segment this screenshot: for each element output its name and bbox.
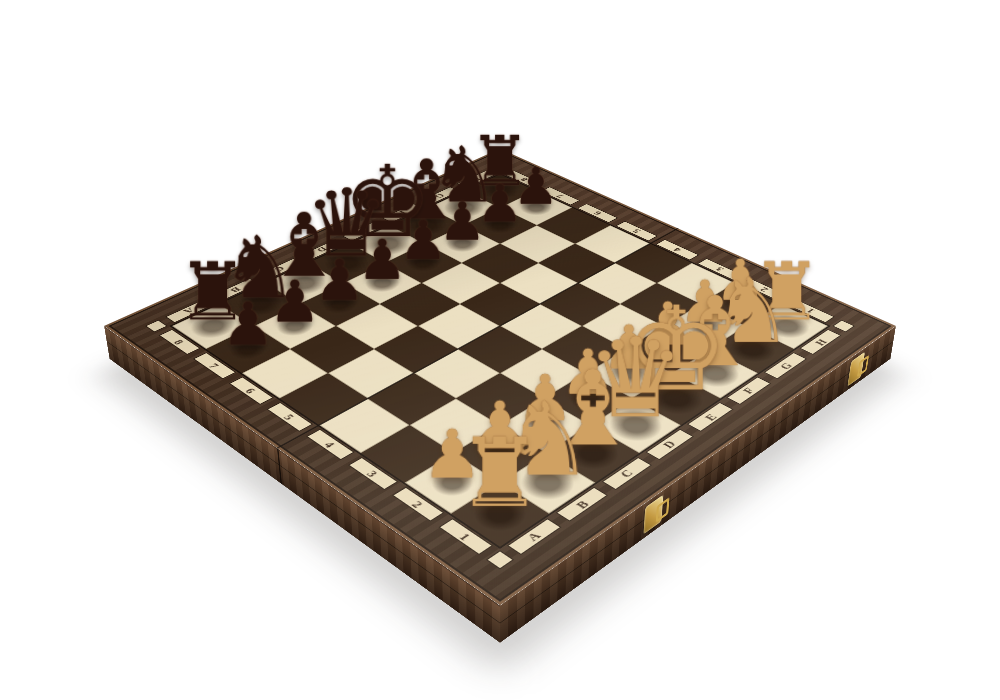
- rook-glyph: ♜: [457, 426, 543, 522]
- chess-set-photo: AABBCCDDEEFFGGHH1122334455667788 ♜♞♟♝♟♚♟…: [0, 0, 1000, 700]
- pawn-glyph: ♟: [314, 252, 365, 309]
- pieces-layer: ♜♞♟♝♟♚♟♛♟♝♟♞♟♟♜♟♟♜♟♟♞♟♝♟♚♟♛♟♝♟♞♜: [104, 149, 896, 606]
- chess-board: AABBCCDDEEFFGGHH1122334455667788 ♜♞♟♝♟♚♟…: [104, 149, 896, 606]
- scene-3d: AABBCCDDEEFFGGHH1122334455667788 ♜♞♟♝♟♚♟…: [0, 0, 1000, 700]
- pawn-glyph: ♟: [221, 294, 274, 353]
- board-top-face: AABBCCDDEEFFGGHH1122334455667788 ♜♞♟♝♟♚♟…: [104, 149, 896, 606]
- pawn-glyph: ♟: [269, 273, 321, 331]
